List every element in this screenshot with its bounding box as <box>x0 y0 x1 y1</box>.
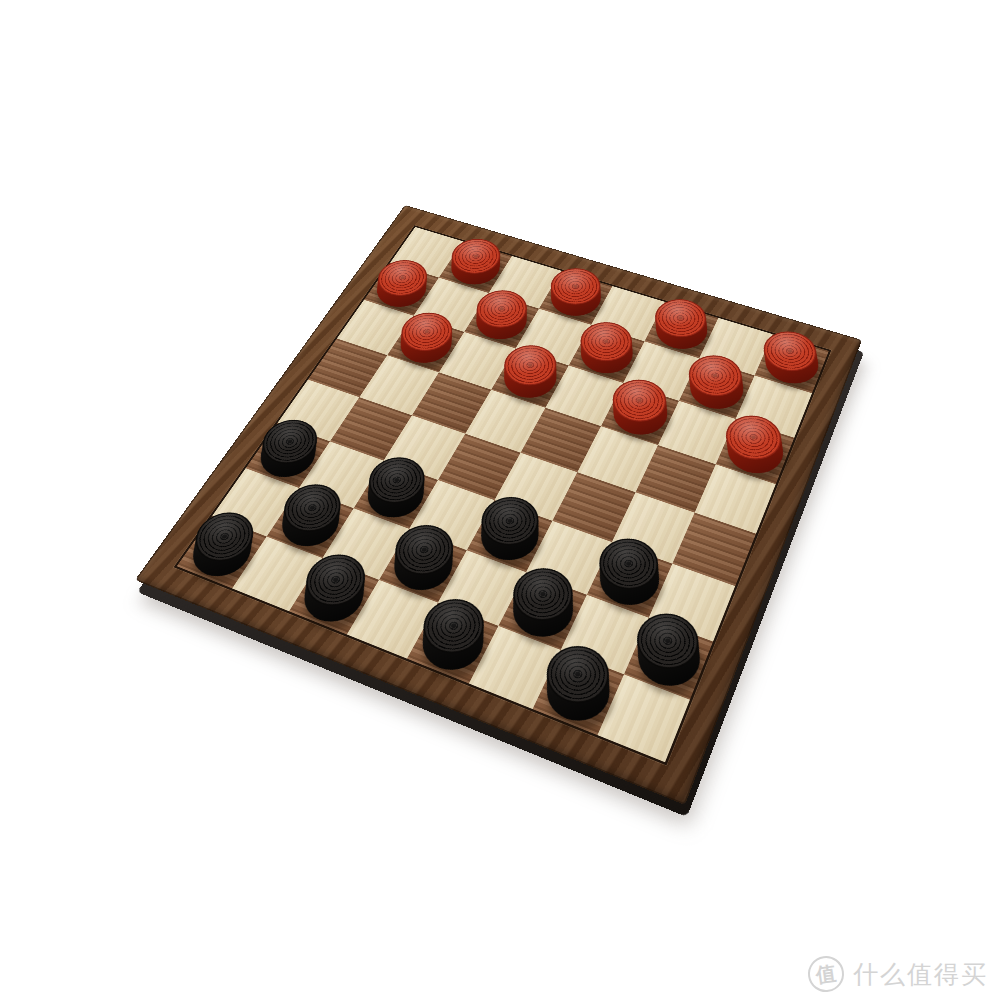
piece-red-r1c0[interactable] <box>368 265 435 312</box>
piece-red-r2c1[interactable] <box>391 318 460 369</box>
piece-red-r2c5[interactable] <box>605 386 675 442</box>
piece-black-r5c6[interactable] <box>591 546 668 613</box>
piece-red-r1c4[interactable] <box>573 328 640 380</box>
smzdm-logo-char: 值 <box>815 963 838 986</box>
piece-red-r0c5[interactable] <box>648 305 714 355</box>
piece-red-r2c3[interactable] <box>496 351 565 404</box>
stage: 值 什么值得买 <box>0 0 1000 1000</box>
piece-black-r7c6[interactable] <box>537 654 619 730</box>
piece-red-r1c2[interactable] <box>468 296 535 345</box>
piece-black-r6c1[interactable] <box>271 491 349 554</box>
watermark: 值 什么值得买 <box>808 956 988 992</box>
checkers-board <box>135 205 862 805</box>
piece-black-r6c3[interactable] <box>384 532 462 598</box>
smzdm-logo-icon: 值 <box>806 954 847 995</box>
piece-black-r6c7[interactable] <box>629 622 708 695</box>
piece-red-r2c7[interactable] <box>720 422 790 480</box>
piece-black-r5c4[interactable] <box>472 504 548 568</box>
piece-red-r0c1[interactable] <box>443 244 508 290</box>
piece-black-r5c2[interactable] <box>358 464 433 525</box>
piece-red-r1c6[interactable] <box>683 361 751 415</box>
piece-black-r6c5[interactable] <box>503 576 582 646</box>
watermark-text: 什么值得买 <box>853 962 988 987</box>
piece-black-r5c0[interactable] <box>250 426 325 484</box>
pieces-layer <box>177 227 829 762</box>
piece-red-r0c3[interactable] <box>543 274 608 322</box>
